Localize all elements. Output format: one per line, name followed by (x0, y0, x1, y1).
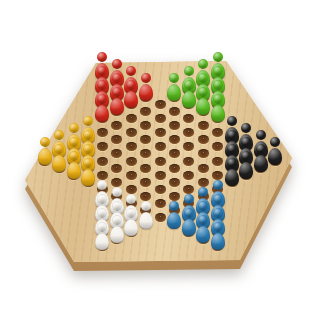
hole[interactable] (140, 135, 151, 144)
hole[interactable] (169, 107, 180, 116)
hole[interactable] (183, 114, 194, 123)
hole[interactable] (169, 121, 180, 130)
hole[interactable] (169, 192, 180, 201)
hole[interactable] (140, 178, 151, 187)
hole[interactable] (183, 185, 194, 194)
peg-green[interactable] (182, 80, 196, 108)
hole[interactable] (198, 135, 209, 144)
hole[interactable] (126, 157, 137, 166)
peg-black[interactable] (268, 137, 282, 165)
hole[interactable] (97, 157, 108, 166)
hole[interactable] (126, 171, 137, 180)
hole[interactable] (126, 128, 137, 137)
hole[interactable] (212, 142, 223, 151)
board-overlay (0, 0, 320, 320)
peg-red[interactable] (95, 94, 109, 122)
hole[interactable] (169, 149, 180, 158)
hole[interactable] (111, 121, 122, 130)
hole[interactable] (140, 164, 151, 173)
hole[interactable] (97, 142, 108, 151)
hole[interactable] (111, 135, 122, 144)
hole[interactable] (155, 100, 166, 109)
hole[interactable] (212, 157, 223, 166)
peg-blue[interactable] (196, 215, 210, 243)
hole[interactable] (140, 121, 151, 130)
hole[interactable] (111, 164, 122, 173)
peg-white[interactable] (110, 215, 124, 243)
hole[interactable] (140, 149, 151, 158)
hole[interactable] (155, 185, 166, 194)
peg-red[interactable] (124, 80, 138, 108)
hole[interactable] (183, 128, 194, 137)
hole[interactable] (155, 128, 166, 137)
hole[interactable] (111, 149, 122, 158)
peg-green[interactable] (167, 73, 181, 101)
peg-white[interactable] (124, 208, 138, 236)
hole[interactable] (111, 178, 122, 187)
hole[interactable] (155, 213, 166, 222)
hole[interactable] (155, 171, 166, 180)
hole[interactable] (198, 121, 209, 130)
product-photo-scene (0, 0, 320, 320)
peg-white[interactable] (95, 222, 109, 250)
peg-blue[interactable] (167, 201, 181, 229)
hole[interactable] (169, 178, 180, 187)
hole[interactable] (198, 178, 209, 187)
peg-black[interactable] (225, 158, 239, 186)
peg-yellow[interactable] (67, 151, 81, 179)
hole[interactable] (155, 142, 166, 151)
hole[interactable] (155, 199, 166, 208)
peg-yellow[interactable] (81, 158, 95, 186)
hole[interactable] (155, 157, 166, 166)
peg-white[interactable] (139, 201, 153, 229)
hole[interactable] (140, 107, 151, 116)
hole[interactable] (169, 164, 180, 173)
peg-green[interactable] (211, 94, 225, 122)
peg-red[interactable] (139, 73, 153, 101)
peg-black[interactable] (239, 151, 253, 179)
peg-black[interactable] (254, 144, 268, 172)
hole[interactable] (212, 128, 223, 137)
hole[interactable] (183, 157, 194, 166)
hole[interactable] (183, 142, 194, 151)
hole[interactable] (198, 164, 209, 173)
peg-blue[interactable] (182, 208, 196, 236)
hole[interactable] (97, 171, 108, 180)
hole[interactable] (126, 114, 137, 123)
peg-green[interactable] (196, 87, 210, 115)
hole[interactable] (183, 171, 194, 180)
hole[interactable] (126, 142, 137, 151)
hole[interactable] (169, 135, 180, 144)
hole[interactable] (212, 171, 223, 180)
peg-yellow[interactable] (38, 137, 52, 165)
peg-red[interactable] (110, 87, 124, 115)
peg-blue[interactable] (211, 222, 225, 250)
hole[interactable] (198, 149, 209, 158)
peg-yellow[interactable] (52, 144, 66, 172)
hole[interactable] (140, 192, 151, 201)
hole[interactable] (126, 185, 137, 194)
hole[interactable] (97, 128, 108, 137)
hole[interactable] (155, 114, 166, 123)
